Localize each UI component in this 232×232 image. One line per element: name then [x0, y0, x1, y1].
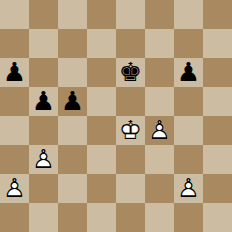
square-g7[interactable] — [174, 29, 203, 58]
square-c2[interactable] — [58, 174, 87, 203]
black-pawn-glyph: ♟ — [29, 87, 58, 116]
square-f2[interactable] — [145, 174, 174, 203]
square-b4[interactable] — [29, 116, 58, 145]
square-e5[interactable] — [116, 87, 145, 116]
square-b8[interactable] — [29, 0, 58, 29]
square-d1[interactable] — [87, 203, 116, 232]
white-pawn-outline: ♙ — [174, 174, 203, 203]
square-f6[interactable] — [145, 58, 174, 87]
square-h4[interactable] — [203, 116, 232, 145]
square-b3[interactable]: ♟♙ — [29, 145, 58, 174]
square-g2[interactable]: ♟♙ — [174, 174, 203, 203]
square-f4[interactable]: ♟♙ — [145, 116, 174, 145]
white-pawn[interactable]: ♟♙ — [29, 145, 58, 174]
square-e2[interactable] — [116, 174, 145, 203]
square-e6[interactable]: ♚ — [116, 58, 145, 87]
black-pawn[interactable]: ♟ — [0, 58, 29, 87]
white-pawn[interactable]: ♟♙ — [174, 174, 203, 203]
black-pawn-glyph: ♟ — [0, 58, 29, 87]
chess-board: ♟♚♟♟♟♚♔♟♙♟♙♟♙♟♙ — [0, 0, 232, 232]
square-a2[interactable]: ♟♙ — [0, 174, 29, 203]
square-a6[interactable]: ♟ — [0, 58, 29, 87]
white-pawn[interactable]: ♟♙ — [0, 174, 29, 203]
black-pawn[interactable]: ♟ — [58, 87, 87, 116]
square-c4[interactable] — [58, 116, 87, 145]
square-d7[interactable] — [87, 29, 116, 58]
white-pawn[interactable]: ♟♙ — [145, 116, 174, 145]
square-a4[interactable] — [0, 116, 29, 145]
square-f1[interactable] — [145, 203, 174, 232]
square-c7[interactable] — [58, 29, 87, 58]
square-g1[interactable] — [174, 203, 203, 232]
square-g8[interactable] — [174, 0, 203, 29]
square-g6[interactable]: ♟ — [174, 58, 203, 87]
square-e3[interactable] — [116, 145, 145, 174]
square-c8[interactable] — [58, 0, 87, 29]
square-f8[interactable] — [145, 0, 174, 29]
square-b1[interactable] — [29, 203, 58, 232]
white-pawn-outline: ♙ — [0, 174, 29, 203]
square-e8[interactable] — [116, 0, 145, 29]
square-a5[interactable] — [0, 87, 29, 116]
white-pawn-outline: ♙ — [145, 116, 174, 145]
white-king-outline: ♔ — [116, 116, 145, 145]
square-h5[interactable] — [203, 87, 232, 116]
white-pawn-outline: ♙ — [29, 145, 58, 174]
square-c6[interactable] — [58, 58, 87, 87]
square-h8[interactable] — [203, 0, 232, 29]
square-g4[interactable] — [174, 116, 203, 145]
square-g3[interactable] — [174, 145, 203, 174]
square-h6[interactable] — [203, 58, 232, 87]
black-pawn[interactable]: ♟ — [174, 58, 203, 87]
square-e4[interactable]: ♚♔ — [116, 116, 145, 145]
square-h2[interactable] — [203, 174, 232, 203]
square-e1[interactable] — [116, 203, 145, 232]
square-d3[interactable] — [87, 145, 116, 174]
square-b2[interactable] — [29, 174, 58, 203]
square-c3[interactable] — [58, 145, 87, 174]
black-pawn[interactable]: ♟ — [29, 87, 58, 116]
square-f7[interactable] — [145, 29, 174, 58]
black-pawn-glyph: ♟ — [58, 87, 87, 116]
white-king[interactable]: ♚♔ — [116, 116, 145, 145]
square-d2[interactable] — [87, 174, 116, 203]
square-c5[interactable]: ♟ — [58, 87, 87, 116]
square-a3[interactable] — [0, 145, 29, 174]
square-h1[interactable] — [203, 203, 232, 232]
square-b7[interactable] — [29, 29, 58, 58]
square-b6[interactable] — [29, 58, 58, 87]
square-d6[interactable] — [87, 58, 116, 87]
square-a8[interactable] — [0, 0, 29, 29]
square-d4[interactable] — [87, 116, 116, 145]
square-b5[interactable]: ♟ — [29, 87, 58, 116]
square-a1[interactable] — [0, 203, 29, 232]
square-a7[interactable] — [0, 29, 29, 58]
black-king-glyph: ♚ — [116, 58, 145, 87]
square-f5[interactable] — [145, 87, 174, 116]
black-pawn-glyph: ♟ — [174, 58, 203, 87]
square-g5[interactable] — [174, 87, 203, 116]
square-f3[interactable] — [145, 145, 174, 174]
square-d5[interactable] — [87, 87, 116, 116]
square-h3[interactable] — [203, 145, 232, 174]
square-h7[interactable] — [203, 29, 232, 58]
black-king[interactable]: ♚ — [116, 58, 145, 87]
square-e7[interactable] — [116, 29, 145, 58]
square-c1[interactable] — [58, 203, 87, 232]
square-d8[interactable] — [87, 0, 116, 29]
